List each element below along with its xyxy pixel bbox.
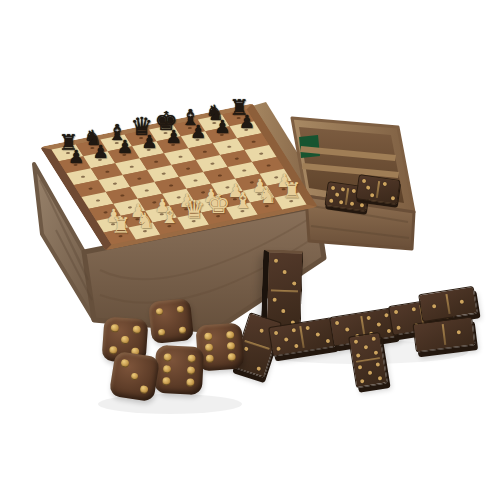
domino-half [353,359,386,387]
die-1-face-4[interactable] [148,298,194,344]
pip [345,327,350,332]
domino-half [268,253,302,291]
pip-empty [288,305,298,316]
domino-half [447,287,477,317]
pip [205,355,214,364]
piece-white-knight-g1[interactable]: ♞ [257,186,276,207]
pip-empty [245,361,256,371]
pip-empty [283,343,293,352]
pip [284,337,289,342]
pip-empty [370,185,376,192]
pip-empty [290,255,300,266]
pip [360,378,365,383]
pip [156,308,164,316]
piece-white-queen-d1[interactable]: ♛ [182,197,204,222]
pip [390,196,395,201]
pip [432,304,437,309]
pip [121,359,130,368]
pip [274,258,278,262]
pip-empty [333,198,339,205]
pip-empty [357,370,367,378]
die-5-face-3[interactable] [109,351,160,402]
piece-black-pawn-a7[interactable]: ♟ [67,148,83,166]
piece-black-pawn-c7[interactable]: ♟ [116,138,132,156]
piece-white-rook-a1[interactable]: ♜ [111,215,131,237]
pip-empty [269,305,279,316]
pip-empty [166,326,177,337]
pip-empty [390,188,396,195]
piece-black-pawn-e7[interactable]: ♟ [165,128,181,146]
pip [187,354,196,363]
die-4-face-6[interactable] [154,345,204,395]
pip-empty [176,314,187,325]
pip [226,331,235,340]
pip [364,345,369,350]
pip [394,310,399,315]
pip-empty [463,335,472,344]
pip [340,187,345,192]
pip-empty [108,333,120,345]
pip [228,353,237,362]
pip-empty [273,336,283,345]
pip-empty [335,185,341,192]
pip [457,330,461,334]
piece-black-pawn-f7[interactable]: ♟ [189,123,205,141]
pip [291,328,296,333]
piece-white-rook-h1[interactable]: ♜ [281,180,301,202]
pip [277,346,282,351]
pip [121,336,129,344]
pip [132,326,140,334]
pip-empty [214,341,226,353]
pip-empty [256,357,267,367]
pip [139,385,148,394]
piece-white-bishop-c1[interactable]: ♝ [159,205,179,227]
pip [256,366,261,371]
pip-empty [410,313,420,322]
pip [178,326,186,334]
die-face [202,329,238,365]
pip-empty [466,304,474,312]
pip-empty [339,192,345,199]
pip-empty [362,350,372,358]
pip [186,378,195,387]
pip-empty [173,364,185,376]
pip [282,309,286,313]
pip [204,343,213,352]
pip-empty [354,201,360,208]
pip-empty [364,362,374,370]
pip [243,346,248,351]
die-face [154,304,188,338]
pip-empty [120,323,132,335]
pip-empty [280,327,290,336]
pip [163,353,172,362]
die-face [115,357,153,395]
domino-half [414,321,445,351]
pip [130,372,139,381]
pip [368,371,373,376]
domino-half [443,318,474,348]
pip [158,328,166,336]
pip [371,337,376,342]
pip-empty [366,375,376,383]
pip [356,353,361,358]
pip-empty [403,322,413,331]
pip [109,346,117,354]
piece-black-pawn-d7[interactable]: ♟ [141,133,157,151]
piece-black-pawn-h7[interactable]: ♟ [238,113,254,131]
pip [386,329,391,334]
pip [358,365,363,370]
pip [411,307,416,312]
domino-half [269,323,303,355]
pip [376,322,381,327]
pip [163,365,172,374]
pip [384,313,389,318]
pip [186,366,195,375]
pip [375,363,380,368]
piece-white-knight-b1[interactable]: ♞ [135,211,154,232]
pip-empty [353,345,363,353]
piece-white-king-e1[interactable]: ♚ [206,191,229,217]
pip-empty [385,194,391,201]
pip [272,297,276,301]
pip [176,306,184,314]
pip [359,203,364,208]
pip-empty [280,277,290,288]
pip [377,376,382,381]
pip [373,350,378,355]
pip [283,270,287,274]
die-face [160,351,197,388]
pip-empty [438,308,446,316]
pip-empty [215,352,227,364]
pip [338,200,343,205]
piece-black-pawn-b7[interactable]: ♟ [92,143,108,161]
pip-empty [290,334,300,343]
pip-empty [360,337,370,345]
pip-empty [364,191,370,198]
pip-empty [280,255,290,266]
pip [292,281,296,285]
pip-empty [139,372,152,385]
pip [259,329,264,334]
pip [369,193,374,198]
pip-empty [270,266,280,277]
pip [294,344,299,349]
domino-half [377,178,399,203]
pip [354,340,359,345]
pip-empty [279,294,289,305]
pip-empty [172,376,184,388]
wooden-box [0,0,500,500]
pip [274,331,279,336]
pip [111,324,119,332]
pip [397,325,402,330]
pip-empty [329,191,335,198]
scene: ♜♞♝♛♚♝♞♜♟♟♟♟♟♟♟♟♟♟♟♟♟♟♟♟♜♞♝♛♚♝♞♜ [0,0,500,500]
pip [367,316,372,321]
pip-empty [373,312,383,321]
pip-empty [374,368,384,376]
pip-empty [289,294,299,305]
pip-empty [351,324,361,333]
pip-empty [321,329,331,338]
pip [335,321,340,326]
pip [460,300,465,305]
pip-empty [365,321,375,330]
pip-empty [314,338,324,347]
pip-empty [130,335,142,347]
piece-white-bishop-f1[interactable]: ♝ [233,190,253,212]
domino-half [419,291,449,321]
pip-empty [126,381,139,394]
pip-empty [434,339,443,348]
pip-empty [270,277,280,288]
piece-black-pawn-g7[interactable]: ♟ [214,118,230,136]
pip [315,332,320,337]
pip-empty [213,330,225,342]
pip [306,326,311,331]
pip-empty [173,352,185,364]
pip [227,342,236,351]
pip [325,339,330,344]
pip [204,332,213,341]
pip [162,377,171,386]
pip-empty [370,342,380,350]
pip-empty [290,266,300,277]
